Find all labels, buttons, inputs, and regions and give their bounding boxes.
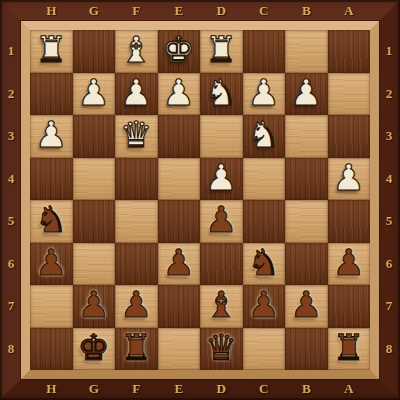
square-d6[interactable] xyxy=(200,243,243,286)
square-e2[interactable]: ♟ xyxy=(158,73,201,116)
white-rook-h1[interactable]: ♜ xyxy=(35,32,67,68)
square-a4[interactable]: ♟ xyxy=(328,158,371,201)
file-label-f: F xyxy=(115,0,158,22)
square-c4[interactable] xyxy=(243,158,286,201)
square-e5[interactable] xyxy=(158,200,201,243)
square-a2[interactable] xyxy=(328,73,371,116)
square-e8[interactable] xyxy=(158,328,201,371)
file-label-h: H xyxy=(30,0,73,22)
chess-board-window: HGFEDCBA HGFEDCBA 12345678 12345678 ♜♝♚♜… xyxy=(0,0,400,400)
square-b4[interactable] xyxy=(285,158,328,201)
square-g2[interactable]: ♟ xyxy=(73,73,116,116)
square-f4[interactable] xyxy=(115,158,158,201)
file-label-c: C xyxy=(243,0,286,22)
white-pawn-e2[interactable]: ♟ xyxy=(163,75,195,111)
white-pawn-h3[interactable]: ♟ xyxy=(35,117,67,153)
white-queen-f3[interactable]: ♛ xyxy=(120,117,152,153)
square-e4[interactable] xyxy=(158,158,201,201)
square-g5[interactable] xyxy=(73,200,116,243)
square-d4[interactable]: ♟ xyxy=(200,158,243,201)
rank-label-1: 1 xyxy=(0,30,22,73)
square-c8[interactable] xyxy=(243,328,286,371)
square-d5[interactable]: ♟ xyxy=(200,200,243,243)
square-c3[interactable]: ♞ xyxy=(243,115,286,158)
square-c1[interactable] xyxy=(243,30,286,73)
square-g3[interactable] xyxy=(73,115,116,158)
black-pawn-g7[interactable]: ♟ xyxy=(78,287,110,323)
white-pawn-f2[interactable]: ♟ xyxy=(120,75,152,111)
rank-label-6: 6 xyxy=(378,243,400,286)
square-c7[interactable]: ♟ xyxy=(243,285,286,328)
rank-label-2: 2 xyxy=(0,73,22,116)
square-e1[interactable]: ♚ xyxy=(158,30,201,73)
square-d1[interactable]: ♜ xyxy=(200,30,243,73)
white-king-e1[interactable]: ♚ xyxy=(163,32,195,68)
rank-label-2: 2 xyxy=(378,73,400,116)
file-label-d: D xyxy=(200,0,243,22)
file-label-b: B xyxy=(285,378,328,400)
square-h8[interactable] xyxy=(30,328,73,371)
square-h7[interactable] xyxy=(30,285,73,328)
file-label-a: A xyxy=(328,0,371,22)
square-d8[interactable]: ♛ xyxy=(200,328,243,371)
black-pawn-h6[interactable]: ♟ xyxy=(35,245,67,281)
rank-label-3: 3 xyxy=(0,115,22,158)
file-label-b: B xyxy=(285,0,328,22)
square-a5[interactable] xyxy=(328,200,371,243)
square-f5[interactable] xyxy=(115,200,158,243)
square-b1[interactable] xyxy=(285,30,328,73)
square-g7[interactable]: ♟ xyxy=(73,285,116,328)
square-e3[interactable] xyxy=(158,115,201,158)
rank-label-4: 4 xyxy=(0,158,22,201)
file-labels-bottom: HGFEDCBA xyxy=(30,378,370,400)
file-label-g: G xyxy=(73,0,116,22)
square-h4[interactable] xyxy=(30,158,73,201)
square-f1[interactable]: ♝ xyxy=(115,30,158,73)
file-label-h: H xyxy=(30,378,73,400)
file-label-e: E xyxy=(158,378,201,400)
rank-labels-right: 12345678 xyxy=(378,30,400,370)
black-knight-c6[interactable]: ♞ xyxy=(248,245,280,281)
square-f2[interactable]: ♟ xyxy=(115,73,158,116)
square-f6[interactable] xyxy=(115,243,158,286)
rank-label-5: 5 xyxy=(378,200,400,243)
file-label-a: A xyxy=(328,378,371,400)
black-rook-a8[interactable]: ♜ xyxy=(333,330,365,366)
square-b2[interactable]: ♟ xyxy=(285,73,328,116)
square-g8[interactable]: ♚ xyxy=(73,328,116,371)
square-b6[interactable] xyxy=(285,243,328,286)
white-bishop-f1[interactable]: ♝ xyxy=(120,32,152,68)
square-d3[interactable] xyxy=(200,115,243,158)
file-label-d: D xyxy=(200,378,243,400)
square-e7[interactable] xyxy=(158,285,201,328)
square-h3[interactable]: ♟ xyxy=(30,115,73,158)
rank-label-4: 4 xyxy=(378,158,400,201)
square-a3[interactable] xyxy=(328,115,371,158)
white-pawn-a4[interactable]: ♟ xyxy=(333,160,365,196)
square-c6[interactable]: ♞ xyxy=(243,243,286,286)
square-d7[interactable]: ♝ xyxy=(200,285,243,328)
square-f8[interactable]: ♜ xyxy=(115,328,158,371)
square-f7[interactable]: ♟ xyxy=(115,285,158,328)
rank-label-7: 7 xyxy=(0,285,22,328)
square-a1[interactable] xyxy=(328,30,371,73)
white-rook-d1[interactable]: ♜ xyxy=(205,32,237,68)
file-label-f: F xyxy=(115,378,158,400)
black-rook-f8[interactable]: ♜ xyxy=(120,330,152,366)
rank-label-6: 6 xyxy=(0,243,22,286)
white-pawn-b2[interactable]: ♟ xyxy=(290,75,322,111)
rank-label-7: 7 xyxy=(378,285,400,328)
white-knight-d2[interactable]: ♞ xyxy=(205,75,237,111)
file-labels-top: HGFEDCBA xyxy=(30,0,370,22)
chess-board: ♜♝♚♜♟♟♟♞♟♟♟♛♞♟♟♞♟♟♟♞♟♟♟♝♟♟♚♜♛♜ xyxy=(30,30,370,370)
square-g6[interactable] xyxy=(73,243,116,286)
square-a6[interactable]: ♟ xyxy=(328,243,371,286)
white-pawn-d4[interactable]: ♟ xyxy=(205,160,237,196)
rank-label-3: 3 xyxy=(378,115,400,158)
square-g4[interactable] xyxy=(73,158,116,201)
black-king-g8[interactable]: ♚ xyxy=(78,330,110,366)
square-c5[interactable] xyxy=(243,200,286,243)
square-a7[interactable] xyxy=(328,285,371,328)
black-queen-d8[interactable]: ♛ xyxy=(205,330,237,366)
black-pawn-a6[interactable]: ♟ xyxy=(333,245,365,281)
black-knight-h5[interactable]: ♞ xyxy=(35,202,67,238)
black-pawn-e6[interactable]: ♟ xyxy=(163,245,195,281)
black-bishop-d7[interactable]: ♝ xyxy=(205,287,237,323)
square-b7[interactable]: ♟ xyxy=(285,285,328,328)
square-b5[interactable] xyxy=(285,200,328,243)
file-label-e: E xyxy=(158,0,201,22)
white-pawn-g2[interactable]: ♟ xyxy=(78,75,110,111)
square-c2[interactable]: ♟ xyxy=(243,73,286,116)
rank-label-8: 8 xyxy=(0,328,22,371)
rank-label-1: 1 xyxy=(378,30,400,73)
rank-labels-left: 12345678 xyxy=(0,30,22,370)
black-pawn-c7[interactable]: ♟ xyxy=(248,287,280,323)
black-pawn-b7[interactable]: ♟ xyxy=(290,287,322,323)
square-b8[interactable] xyxy=(285,328,328,371)
square-b3[interactable] xyxy=(285,115,328,158)
square-e6[interactable]: ♟ xyxy=(158,243,201,286)
file-label-g: G xyxy=(73,378,116,400)
square-h6[interactable]: ♟ xyxy=(30,243,73,286)
square-f3[interactable]: ♛ xyxy=(115,115,158,158)
square-g1[interactable] xyxy=(73,30,116,73)
square-a8[interactable]: ♜ xyxy=(328,328,371,371)
rank-label-8: 8 xyxy=(378,328,400,371)
square-d2[interactable]: ♞ xyxy=(200,73,243,116)
white-knight-c3[interactable]: ♞ xyxy=(248,117,280,153)
black-pawn-d5[interactable]: ♟ xyxy=(205,202,237,238)
rank-label-5: 5 xyxy=(0,200,22,243)
black-pawn-f7[interactable]: ♟ xyxy=(120,287,152,323)
file-label-c: C xyxy=(243,378,286,400)
square-h5[interactable]: ♞ xyxy=(30,200,73,243)
white-pawn-c2[interactable]: ♟ xyxy=(248,75,280,111)
square-h2[interactable] xyxy=(30,73,73,116)
square-h1[interactable]: ♜ xyxy=(30,30,73,73)
